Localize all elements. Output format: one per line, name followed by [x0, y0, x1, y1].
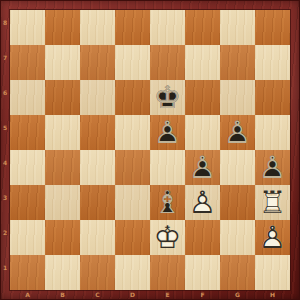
- square-c5[interactable]: [80, 115, 115, 150]
- square-e2[interactable]: ♚♔: [150, 220, 185, 255]
- square-c7[interactable]: [80, 45, 115, 80]
- square-h2[interactable]: ♟♙: [255, 220, 290, 255]
- rook-glyph-outline-icon: ♖: [255, 185, 290, 220]
- file-label-A: A: [10, 291, 45, 299]
- square-b5[interactable]: [45, 115, 80, 150]
- square-a4[interactable]: [10, 150, 45, 185]
- square-f1[interactable]: [185, 255, 220, 290]
- square-g1[interactable]: [220, 255, 255, 290]
- square-a6[interactable]: [10, 80, 45, 115]
- square-c2[interactable]: [80, 220, 115, 255]
- black-bishop[interactable]: ♝♗: [150, 185, 185, 220]
- square-a2[interactable]: [10, 220, 45, 255]
- rank-label-3: 3: [0, 194, 10, 202]
- chess-board: ♚♔♟♙♟♙♟♙♟♙♝♗♟♙♜♖♚♔♟♙: [10, 10, 290, 290]
- square-e1[interactable]: [150, 255, 185, 290]
- square-f3[interactable]: ♟♙: [185, 185, 220, 220]
- bishop-glyph-outline-icon: ♗: [150, 185, 185, 220]
- black-pawn[interactable]: ♟♙: [220, 115, 255, 150]
- black-pawn[interactable]: ♟♙: [150, 115, 185, 150]
- square-b4[interactable]: [45, 150, 80, 185]
- file-label-B: B: [45, 291, 80, 299]
- square-c4[interactable]: [80, 150, 115, 185]
- pawn-glyph-outline-icon: ♙: [220, 115, 255, 150]
- square-h1[interactable]: [255, 255, 290, 290]
- square-b2[interactable]: [45, 220, 80, 255]
- rank-label-2: 2: [0, 229, 10, 237]
- square-b6[interactable]: [45, 80, 80, 115]
- square-e4[interactable]: [150, 150, 185, 185]
- square-b3[interactable]: [45, 185, 80, 220]
- square-d8[interactable]: [115, 10, 150, 45]
- file-label-H: H: [255, 291, 290, 299]
- square-a1[interactable]: [10, 255, 45, 290]
- king-glyph-outline-icon: ♔: [150, 80, 185, 115]
- file-label-D: D: [115, 291, 150, 299]
- square-d2[interactable]: [115, 220, 150, 255]
- file-label-G: G: [220, 291, 255, 299]
- king-glyph-outline-icon: ♔: [150, 220, 185, 255]
- rank-label-8: 8: [0, 19, 10, 27]
- square-h6[interactable]: [255, 80, 290, 115]
- square-g8[interactable]: [220, 10, 255, 45]
- square-d1[interactable]: [115, 255, 150, 290]
- rank-label-4: 4: [0, 159, 10, 167]
- square-g6[interactable]: [220, 80, 255, 115]
- file-label-C: C: [80, 291, 115, 299]
- square-g5[interactable]: ♟♙: [220, 115, 255, 150]
- square-c1[interactable]: [80, 255, 115, 290]
- square-h8[interactable]: [255, 10, 290, 45]
- square-b8[interactable]: [45, 10, 80, 45]
- square-h4[interactable]: ♟♙: [255, 150, 290, 185]
- square-a3[interactable]: [10, 185, 45, 220]
- square-h5[interactable]: [255, 115, 290, 150]
- black-king[interactable]: ♚♔: [150, 80, 185, 115]
- black-pawn[interactable]: ♟♙: [255, 150, 290, 185]
- rank-label-5: 5: [0, 124, 10, 132]
- square-c3[interactable]: [80, 185, 115, 220]
- pawn-glyph-outline-icon: ♙: [255, 150, 290, 185]
- square-a5[interactable]: [10, 115, 45, 150]
- square-d6[interactable]: [115, 80, 150, 115]
- square-e7[interactable]: [150, 45, 185, 80]
- square-g2[interactable]: [220, 220, 255, 255]
- rank-label-6: 6: [0, 89, 10, 97]
- square-e8[interactable]: [150, 10, 185, 45]
- square-d3[interactable]: [115, 185, 150, 220]
- square-e3[interactable]: ♝♗: [150, 185, 185, 220]
- square-b7[interactable]: [45, 45, 80, 80]
- square-a7[interactable]: [10, 45, 45, 80]
- square-h3[interactable]: ♜♖: [255, 185, 290, 220]
- square-h7[interactable]: [255, 45, 290, 80]
- black-pawn[interactable]: ♟♙: [185, 150, 220, 185]
- square-e6[interactable]: ♚♔: [150, 80, 185, 115]
- square-f7[interactable]: [185, 45, 220, 80]
- square-g4[interactable]: [220, 150, 255, 185]
- file-label-E: E: [150, 291, 185, 299]
- square-g7[interactable]: [220, 45, 255, 80]
- square-d5[interactable]: [115, 115, 150, 150]
- pawn-glyph-outline-icon: ♙: [255, 220, 290, 255]
- white-pawn[interactable]: ♟♙: [185, 185, 220, 220]
- pawn-glyph-outline-icon: ♙: [185, 185, 220, 220]
- square-d7[interactable]: [115, 45, 150, 80]
- square-d4[interactable]: [115, 150, 150, 185]
- pawn-glyph-outline-icon: ♙: [150, 115, 185, 150]
- rank-label-7: 7: [0, 54, 10, 62]
- square-e5[interactable]: ♟♙: [150, 115, 185, 150]
- square-g3[interactable]: [220, 185, 255, 220]
- square-b1[interactable]: [45, 255, 80, 290]
- square-f2[interactable]: [185, 220, 220, 255]
- white-rook[interactable]: ♜♖: [255, 185, 290, 220]
- white-king[interactable]: ♚♔: [150, 220, 185, 255]
- square-a8[interactable]: [10, 10, 45, 45]
- square-f4[interactable]: ♟♙: [185, 150, 220, 185]
- square-f8[interactable]: [185, 10, 220, 45]
- pawn-glyph-outline-icon: ♙: [185, 150, 220, 185]
- rank-label-1: 1: [0, 264, 10, 272]
- square-f5[interactable]: [185, 115, 220, 150]
- square-f6[interactable]: [185, 80, 220, 115]
- white-pawn[interactable]: ♟♙: [255, 220, 290, 255]
- chess-board-frame: ♚♔♟♙♟♙♟♙♟♙♝♗♟♙♜♖♚♔♟♙ 87654321 ABCDEFGH: [0, 0, 300, 300]
- square-c8[interactable]: [80, 10, 115, 45]
- square-c6[interactable]: [80, 80, 115, 115]
- file-label-F: F: [185, 291, 220, 299]
